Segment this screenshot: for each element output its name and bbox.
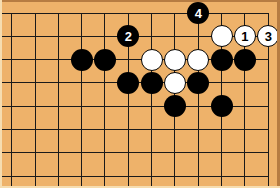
move-number-label: 2 [125, 30, 132, 43]
black-stone [211, 95, 233, 117]
grid-line-horizontal [2, 152, 269, 153]
black-stone [71, 49, 93, 71]
white-stone [164, 72, 186, 94]
white-stone [141, 49, 163, 71]
grid-line-horizontal [2, 129, 269, 130]
board-image-border-right [277, 0, 280, 188]
grid-line-vertical [81, 13, 82, 186]
move-number-label: 1 [241, 30, 248, 43]
grid-line-vertical [151, 13, 152, 186]
white-stone [211, 25, 233, 47]
white-stone [187, 49, 209, 71]
black-stone [164, 95, 186, 117]
board-image-border-bottom [0, 186, 280, 188]
grid-line-vertical [11, 13, 12, 186]
board-image-border-left [0, 0, 2, 188]
grid-line-horizontal [2, 13, 269, 14]
go-diagram: 4213 [0, 0, 280, 188]
grid-line-vertical [58, 13, 59, 186]
move-number-label: 4 [195, 7, 202, 20]
go-board: 4213 [0, 0, 280, 188]
grid-line-vertical [104, 13, 105, 186]
black-stone [117, 72, 139, 94]
black-stone-move-2: 2 [117, 25, 139, 47]
white-stone [164, 49, 186, 71]
black-stone [211, 49, 233, 71]
white-stone-move-1: 1 [234, 25, 256, 47]
black-stone [234, 49, 256, 71]
white-stone-move-3: 3 [257, 25, 279, 47]
move-number-label: 3 [265, 30, 272, 43]
grid-line-vertical [198, 13, 199, 186]
black-stone-move-4: 4 [187, 2, 209, 24]
grid-line-vertical [35, 13, 36, 186]
black-stone [187, 72, 209, 94]
black-stone [141, 72, 163, 94]
black-stone [94, 49, 116, 71]
board-image-border-top [0, 0, 280, 2]
grid-line-horizontal [2, 176, 269, 177]
